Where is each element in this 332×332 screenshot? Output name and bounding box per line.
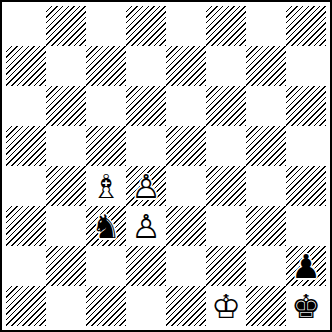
square-b6[interactable] [46,86,86,126]
square-g1[interactable] [246,286,286,326]
square-h3[interactable] [286,206,326,246]
square-b8[interactable] [46,6,86,46]
square-h7[interactable] [286,46,326,86]
square-c4[interactable]: ♝♗ [86,166,126,206]
square-b2[interactable] [46,246,86,286]
square-a5[interactable] [6,126,46,166]
square-c7[interactable] [86,46,126,86]
square-h8[interactable] [286,6,326,46]
square-h1[interactable]: ♚ [286,286,326,326]
square-a1[interactable] [6,286,46,326]
piece-white-king[interactable]: ♚♔ [206,286,246,326]
square-c8[interactable] [86,6,126,46]
square-d6[interactable] [126,86,166,126]
square-f5[interactable] [206,126,246,166]
square-d1[interactable] [126,286,166,326]
piece-white-pawn[interactable]: ♟♙ [126,166,166,206]
square-b7[interactable] [46,46,86,86]
square-d7[interactable] [126,46,166,86]
square-g8[interactable] [246,6,286,46]
square-b4[interactable] [46,166,86,206]
piece-white-pawn[interactable]: ♟♙ [126,206,166,246]
square-a3[interactable] [6,206,46,246]
square-c6[interactable] [86,86,126,126]
square-c2[interactable] [86,246,126,286]
white-pawn-glyph: ♙ [131,210,161,243]
square-a2[interactable] [6,246,46,286]
square-f1[interactable]: ♚♔ [206,286,246,326]
square-e5[interactable] [166,126,206,166]
square-e7[interactable] [166,46,206,86]
square-c3[interactable]: ♞ [86,206,126,246]
square-e6[interactable] [166,86,206,126]
square-f2[interactable] [206,246,246,286]
square-f3[interactable] [206,206,246,246]
square-d8[interactable] [126,6,166,46]
square-e4[interactable] [166,166,206,206]
square-a8[interactable] [6,6,46,46]
square-b5[interactable] [46,126,86,166]
square-d3[interactable]: ♟♙ [126,206,166,246]
square-c5[interactable] [86,126,126,166]
square-e8[interactable] [166,6,206,46]
square-f7[interactable] [206,46,246,86]
piece-black-knight[interactable]: ♞ [86,206,126,246]
square-e1[interactable] [166,286,206,326]
square-g7[interactable] [246,46,286,86]
chess-board: ♝♗♟♙♞♟♙♟♚♔♚ [6,6,326,326]
square-g3[interactable] [246,206,286,246]
square-g6[interactable] [246,86,286,126]
square-a6[interactable] [6,86,46,126]
square-d5[interactable] [126,126,166,166]
square-g4[interactable] [246,166,286,206]
square-a4[interactable] [6,166,46,206]
square-g2[interactable] [246,246,286,286]
square-b3[interactable] [46,206,86,246]
piece-black-king[interactable]: ♚ [286,286,326,326]
piece-white-bishop[interactable]: ♝♗ [86,166,126,206]
square-f6[interactable] [206,86,246,126]
square-c1[interactable] [86,286,126,326]
square-e2[interactable] [166,246,206,286]
square-f4[interactable] [206,166,246,206]
square-d2[interactable] [126,246,166,286]
square-b1[interactable] [46,286,86,326]
square-g5[interactable] [246,126,286,166]
white-pawn-glyph: ♙ [131,170,161,203]
white-king-glyph: ♔ [211,290,241,323]
square-a7[interactable] [6,46,46,86]
square-h6[interactable] [286,86,326,126]
square-e3[interactable] [166,206,206,246]
piece-black-pawn[interactable]: ♟ [286,246,326,286]
square-h5[interactable] [286,126,326,166]
chess-diagram-frame: ♝♗♟♙♞♟♙♟♚♔♚ [0,0,332,332]
square-h4[interactable] [286,166,326,206]
square-h2[interactable]: ♟ [286,246,326,286]
white-bishop-glyph: ♗ [91,170,121,203]
square-f8[interactable] [206,6,246,46]
square-d4[interactable]: ♟♙ [126,166,166,206]
